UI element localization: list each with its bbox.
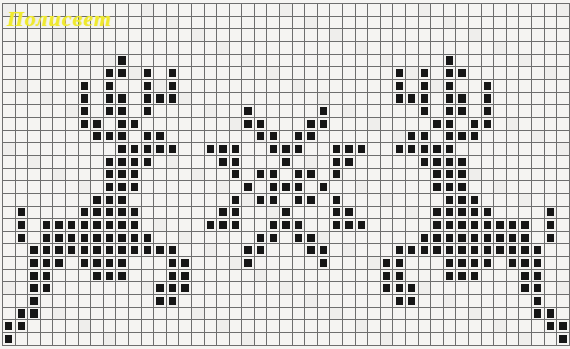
chart-cell [154, 282, 167, 295]
chart-cell [142, 194, 155, 207]
stitch-mark [156, 132, 163, 140]
chart-cell [16, 270, 29, 283]
chart-cell [129, 131, 142, 144]
chart-cell [469, 118, 482, 131]
chart-cell [368, 143, 381, 156]
stitch-mark [458, 272, 465, 280]
chart-cell [519, 17, 532, 30]
chart-cell [545, 55, 558, 68]
chart-cell [154, 55, 167, 68]
chart-cell [205, 181, 218, 194]
chart-cell [255, 42, 268, 55]
chart-cell [545, 244, 558, 257]
chart-cell [91, 169, 104, 182]
stitch-mark [169, 284, 176, 292]
chart-cell [242, 169, 255, 182]
chart-cell [267, 17, 280, 30]
chart-cell [179, 333, 192, 346]
chart-cell [469, 270, 482, 283]
chart-cell [343, 80, 356, 93]
chart-cell [116, 295, 129, 308]
chart-cell [242, 320, 255, 333]
chart-cell [129, 333, 142, 346]
chart-cell [406, 80, 419, 93]
chart-cell [129, 156, 142, 169]
chart-cell [28, 118, 41, 131]
chart-cell [532, 282, 545, 295]
chart-cell [419, 29, 432, 42]
chart-cell [154, 257, 167, 270]
chart-cell [456, 93, 469, 106]
chart-cell [482, 55, 495, 68]
chart-cell [280, 17, 293, 30]
chart-cell [242, 181, 255, 194]
chart-cell [104, 181, 117, 194]
chart-cell [406, 320, 419, 333]
chart-cell [91, 93, 104, 106]
chart-cell [406, 194, 419, 207]
chart-cell [356, 232, 369, 245]
chart-cell [154, 333, 167, 346]
chart-cell [91, 194, 104, 207]
chart-cell [330, 244, 343, 257]
chart-cell [557, 320, 570, 333]
stitch-mark [270, 234, 277, 242]
chart-cell [116, 244, 129, 257]
chart-cell [519, 244, 532, 257]
chart-cell [154, 270, 167, 283]
chart-cell [205, 308, 218, 321]
chart-cell [167, 42, 180, 55]
stitch-mark [43, 221, 50, 229]
chart-cell [368, 194, 381, 207]
chart-cell [507, 55, 520, 68]
chart-cell [293, 207, 306, 220]
chart-cell [280, 67, 293, 80]
chart-cell [557, 270, 570, 283]
stitch-mark [446, 107, 453, 115]
chart-cell [179, 156, 192, 169]
chart-cell [318, 131, 331, 144]
chart-cell [192, 42, 205, 55]
chart-cell [16, 131, 29, 144]
stitch-mark [18, 309, 25, 317]
chart-cell [545, 67, 558, 80]
stitch-mark [55, 246, 62, 254]
chart-cell [280, 55, 293, 68]
chart-cell [179, 118, 192, 131]
chart-cell [494, 295, 507, 308]
chart-cell [557, 244, 570, 257]
chart-cell [91, 333, 104, 346]
chart-cell [557, 219, 570, 232]
chart-cell [444, 244, 457, 257]
chart-cell [16, 232, 29, 245]
chart-cell [142, 320, 155, 333]
chart-cell [431, 131, 444, 144]
chart-cell [532, 257, 545, 270]
stitch-mark [421, 145, 428, 153]
chart-cell [456, 42, 469, 55]
stitch-mark [169, 259, 176, 267]
chart-cell [456, 257, 469, 270]
chart-cell [280, 232, 293, 245]
chart-cell [116, 29, 129, 42]
chart-cell [494, 105, 507, 118]
stitch-mark [118, 158, 125, 166]
chart-cell [368, 232, 381, 245]
chart-cell [293, 105, 306, 118]
chart-cell [545, 181, 558, 194]
chart-cell [519, 308, 532, 321]
chart-cell [53, 194, 66, 207]
chart-cell [267, 42, 280, 55]
chart-cell [406, 270, 419, 283]
chart-cell [519, 55, 532, 68]
chart-cell [431, 219, 444, 232]
chart-cell [230, 93, 243, 106]
chart-cell [104, 169, 117, 182]
chart-cell [16, 207, 29, 220]
chart-cell [318, 333, 331, 346]
stitch-mark [5, 322, 12, 330]
chart-cell [381, 29, 394, 42]
chart-cell [469, 55, 482, 68]
chart-cell [91, 232, 104, 245]
chart-cell [557, 156, 570, 169]
chart-cell [154, 244, 167, 257]
chart-cell [104, 308, 117, 321]
chart-cell [217, 156, 230, 169]
chart-cell [293, 4, 306, 17]
stitch-mark [169, 82, 176, 90]
stitch-mark [118, 107, 125, 115]
stitch-mark [93, 120, 100, 128]
chart-cell [305, 320, 318, 333]
chart-cell [419, 42, 432, 55]
chart-cell [368, 67, 381, 80]
chart-cell [167, 282, 180, 295]
chart-cell [179, 270, 192, 283]
stitch-mark [458, 196, 465, 204]
chart-cell [53, 80, 66, 93]
chart-cell [444, 219, 457, 232]
chart-cell [116, 105, 129, 118]
chart-cell [280, 257, 293, 270]
chart-cell [66, 29, 79, 42]
chart-cell [368, 29, 381, 42]
stitch-mark [81, 234, 88, 242]
chart-cell [217, 181, 230, 194]
chart-cell [557, 181, 570, 194]
chart-cell [419, 4, 432, 17]
chart-cell [406, 244, 419, 257]
chart-cell [16, 181, 29, 194]
stitch-mark [345, 158, 352, 166]
chart-cell [482, 270, 495, 283]
stitch-mark [81, 120, 88, 128]
chart-cell [456, 244, 469, 257]
chart-cell [230, 42, 243, 55]
chart-cell [79, 131, 92, 144]
chart-cell [205, 143, 218, 156]
chart-cell [431, 156, 444, 169]
chart-cell [104, 282, 117, 295]
chart-cell [305, 118, 318, 131]
chart-cell [305, 17, 318, 30]
chart-cell [393, 156, 406, 169]
chart-cell [356, 333, 369, 346]
chart-cell [368, 181, 381, 194]
stitch-mark [169, 297, 176, 305]
chart-cell [179, 308, 192, 321]
stitch-mark [106, 246, 113, 254]
chart-cell [230, 308, 243, 321]
chart-cell [205, 320, 218, 333]
chart-cell [330, 333, 343, 346]
chart-cell [3, 156, 16, 169]
chart-cell [519, 105, 532, 118]
chart-cell [545, 131, 558, 144]
chart-cell [66, 295, 79, 308]
chart-cell [406, 169, 419, 182]
chart-cell [381, 333, 394, 346]
chart-cell [41, 156, 54, 169]
chart-cell [482, 29, 495, 42]
stitch-mark [396, 69, 403, 77]
chart-cell [406, 42, 419, 55]
stitch-mark [521, 284, 528, 292]
chart-cell [456, 194, 469, 207]
chart-cell [79, 320, 92, 333]
chart-cell [192, 295, 205, 308]
chart-cell [217, 333, 230, 346]
stitch-mark [534, 272, 541, 280]
stitch-mark [118, 208, 125, 216]
chart-cell [28, 143, 41, 156]
chart-cell [116, 282, 129, 295]
chart-cell [167, 257, 180, 270]
chart-cell [318, 105, 331, 118]
chart-cell [305, 156, 318, 169]
chart-cell [381, 308, 394, 321]
stitch-mark [106, 272, 113, 280]
stitch-mark [307, 120, 314, 128]
chart-cell [129, 219, 142, 232]
chart-cell [242, 282, 255, 295]
stitch-mark [421, 107, 428, 115]
chart-cell [393, 207, 406, 220]
chart-cell [343, 257, 356, 270]
chart-cell [3, 118, 16, 131]
chart-cell [507, 42, 520, 55]
chart-cell [267, 333, 280, 346]
chart-cell [305, 219, 318, 232]
chart-cell [280, 181, 293, 194]
chart-cell [532, 42, 545, 55]
chart-cell [267, 118, 280, 131]
stitch-mark [106, 69, 113, 77]
stitch-mark [408, 132, 415, 140]
stitch-mark [446, 234, 453, 242]
stitch-mark [333, 158, 340, 166]
chart-cell [507, 105, 520, 118]
stitch-mark [106, 132, 113, 140]
chart-cell [91, 207, 104, 220]
stitch-mark [244, 183, 251, 191]
chart-cell [205, 194, 218, 207]
chart-cell [330, 55, 343, 68]
chart-cell [167, 80, 180, 93]
chart-cell [53, 295, 66, 308]
chart-cell [406, 156, 419, 169]
chart-cell [469, 194, 482, 207]
chart-cell [154, 17, 167, 30]
chart-cell [557, 295, 570, 308]
stitch-mark [30, 309, 37, 317]
chart-cell [356, 118, 369, 131]
chart-cell [205, 131, 218, 144]
chart-cell [16, 93, 29, 106]
chart-cell [230, 143, 243, 156]
chart-cell [444, 320, 457, 333]
chart-cell [242, 270, 255, 283]
chart-cell [16, 244, 29, 257]
chart-cell [142, 207, 155, 220]
chart-cell [494, 93, 507, 106]
stitch-mark [93, 208, 100, 216]
chart-cell [129, 308, 142, 321]
chart-cell [330, 67, 343, 80]
chart-cell [205, 42, 218, 55]
chart-cell [381, 270, 394, 283]
chart-cell [192, 80, 205, 93]
chart-cell [53, 67, 66, 80]
chart-cell [217, 67, 230, 80]
stitch-mark [446, 56, 453, 64]
chart-cell [129, 67, 142, 80]
chart-cell [545, 143, 558, 156]
chart-cell [205, 333, 218, 346]
chart-cell [242, 67, 255, 80]
chart-cell [167, 181, 180, 194]
chart-cell [53, 169, 66, 182]
chart-cell [494, 194, 507, 207]
chart-cell [205, 55, 218, 68]
chart-cell [368, 80, 381, 93]
chart-cell [41, 105, 54, 118]
chart-cell [3, 42, 16, 55]
stitch-mark [471, 208, 478, 216]
chart-cell [192, 169, 205, 182]
stitch-mark [509, 259, 516, 267]
chart-cell [305, 181, 318, 194]
chart-cell [494, 17, 507, 30]
chart-cell [41, 207, 54, 220]
chart-cell [406, 93, 419, 106]
chart-cell [28, 295, 41, 308]
stitch-mark [169, 94, 176, 102]
stitch-mark [484, 246, 491, 254]
stitch-mark [257, 132, 264, 140]
chart-cell [545, 219, 558, 232]
chart-cell [205, 295, 218, 308]
chart-cell [356, 207, 369, 220]
stitch-mark [458, 158, 465, 166]
chart-cell [419, 156, 432, 169]
chart-cell [53, 55, 66, 68]
stitch-mark [219, 145, 226, 153]
chart-cell [545, 118, 558, 131]
chart-cell [532, 17, 545, 30]
stitch-mark [68, 246, 75, 254]
chart-cell [469, 67, 482, 80]
chart-cell [79, 93, 92, 106]
chart-cell [217, 207, 230, 220]
chart-cell [456, 295, 469, 308]
chart-cell [557, 118, 570, 131]
chart-cell [469, 282, 482, 295]
chart-cell [104, 207, 117, 220]
chart-cell [255, 156, 268, 169]
stitch-mark [333, 145, 340, 153]
chart-cell [28, 80, 41, 93]
stitch-mark [446, 120, 453, 128]
chart-cell [381, 67, 394, 80]
chart-cell [116, 333, 129, 346]
stitch-mark [68, 234, 75, 242]
chart-cell [381, 219, 394, 232]
stitch-mark [484, 120, 491, 128]
chart-cell [41, 232, 54, 245]
chart-cell [507, 131, 520, 144]
pattern-grid [2, 3, 570, 346]
chart-cell [532, 320, 545, 333]
stitch-mark [282, 145, 289, 153]
chart-cell [192, 207, 205, 220]
stitch-mark [106, 158, 113, 166]
chart-cell [16, 333, 29, 346]
chart-cell [66, 333, 79, 346]
chart-cell [494, 244, 507, 257]
chart-cell [255, 143, 268, 156]
chart-cell [305, 257, 318, 270]
stitch-mark [106, 259, 113, 267]
chart-cell [53, 270, 66, 283]
chart-cell [255, 257, 268, 270]
chart-cell [53, 118, 66, 131]
stitch-mark [55, 234, 62, 242]
stitch-mark [521, 221, 528, 229]
chart-cell [469, 244, 482, 257]
stitch-mark [484, 107, 491, 115]
chart-cell [469, 93, 482, 106]
chart-cell [28, 320, 41, 333]
chart-cell [91, 282, 104, 295]
chart-cell [179, 17, 192, 30]
chart-cell [28, 270, 41, 283]
chart-cell [129, 295, 142, 308]
chart-cell [179, 181, 192, 194]
chart-cell [469, 80, 482, 93]
chart-cell [267, 320, 280, 333]
chart-cell [330, 42, 343, 55]
chart-cell [154, 118, 167, 131]
chart-cell [318, 232, 331, 245]
chart-cell [41, 219, 54, 232]
chart-cell [356, 42, 369, 55]
stitch-mark [433, 208, 440, 216]
